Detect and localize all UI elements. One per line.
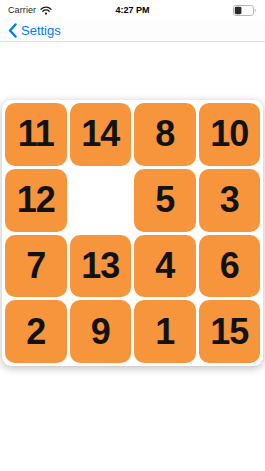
battery-icon: [233, 5, 257, 16]
carrier-label: Carrier: [8, 5, 36, 15]
status-bar: Carrier 4:27 PM: [0, 0, 265, 20]
puzzle-tile[interactable]: 5: [134, 169, 196, 232]
puzzle-tile[interactable]: 11: [5, 103, 67, 166]
puzzle-tile[interactable]: 4: [134, 235, 196, 298]
navigation-bar: Settigs: [0, 20, 265, 42]
puzzle-tile[interactable]: 10: [199, 103, 261, 166]
back-chevron-icon: [8, 23, 17, 38]
puzzle-tile[interactable]: 12: [5, 169, 67, 232]
puzzle-tile[interactable]: 14: [70, 103, 132, 166]
puzzle-tile[interactable]: 1: [134, 300, 196, 363]
puzzle-board: 11 14 8 10 12 5 3 7 13 4 6 2 9 1 15: [2, 100, 263, 366]
puzzle-tile[interactable]: 13: [70, 235, 132, 298]
puzzle-tile[interactable]: 2: [5, 300, 67, 363]
puzzle-tile[interactable]: 3: [199, 169, 261, 232]
status-left: Carrier: [8, 5, 52, 15]
back-button-label: Settigs: [21, 24, 61, 37]
back-button[interactable]: Settigs: [8, 23, 61, 38]
puzzle-tile[interactable]: 8: [134, 103, 196, 166]
puzzle-tile[interactable]: 15: [199, 300, 261, 363]
puzzle-tile[interactable]: 7: [5, 235, 67, 298]
puzzle-tile[interactable]: 9: [70, 300, 132, 363]
app-screen: Carrier 4:27 PM: [0, 0, 265, 471]
empty-cell: [70, 169, 132, 232]
puzzle-tile[interactable]: 6: [199, 235, 261, 298]
wifi-icon: [40, 6, 52, 15]
